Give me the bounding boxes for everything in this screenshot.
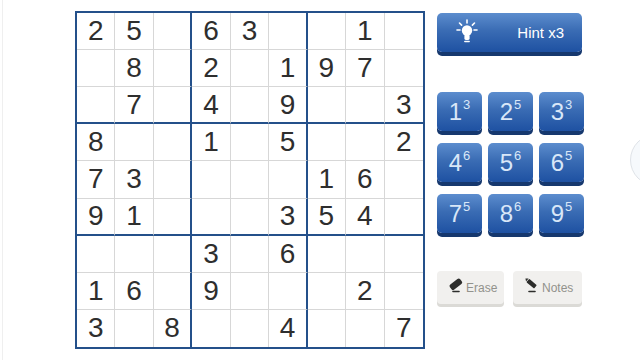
keypad-remaining-count: 5 (565, 149, 572, 162)
sudoku-cell-r7c4[interactable]: 3 (192, 236, 230, 273)
sudoku-cell-r9c4[interactable] (192, 310, 230, 347)
sudoku-app: 2563182197749381527316913543616923847 Hi… (0, 0, 640, 360)
sudoku-cell-r3c2[interactable]: 7 (115, 87, 153, 124)
side-panel-circle[interactable] (630, 134, 640, 186)
sudoku-cell-r4c3[interactable] (154, 124, 192, 161)
sudoku-cell-r4c1[interactable]: 8 (77, 124, 115, 161)
sudoku-cell-r8c8[interactable]: 2 (346, 273, 384, 310)
keypad-remaining-count: 3 (463, 98, 470, 111)
keypad-digit: 7 (449, 202, 462, 226)
notes-label: Notes (542, 281, 573, 295)
sudoku-cell-r9c5[interactable] (231, 310, 269, 347)
keypad-digit: 8 (500, 202, 513, 226)
sudoku-cell-r9c7[interactable] (308, 310, 346, 347)
keypad-remaining-count: 3 (565, 98, 572, 111)
keypad-digit: 1 (449, 100, 462, 124)
notes-button[interactable]: Notes (513, 271, 582, 304)
sudoku-cell-r5c7[interactable]: 1 (308, 161, 346, 198)
sudoku-cell-r9c6[interactable]: 4 (269, 310, 307, 347)
sudoku-cell-r6c5[interactable] (231, 199, 269, 236)
hint-button[interactable]: Hint x3 (437, 13, 582, 52)
sudoku-cell-r5c8[interactable]: 6 (346, 161, 384, 198)
sudoku-cell-r8c9[interactable] (385, 273, 423, 310)
sudoku-cell-r3c9[interactable]: 3 (385, 87, 423, 124)
sudoku-cell-r7c6[interactable]: 6 (269, 236, 307, 273)
sudoku-cell-r5c9[interactable] (385, 161, 423, 198)
sudoku-cell-r6c8[interactable]: 4 (346, 199, 384, 236)
erase-button[interactable]: Erase (437, 271, 504, 304)
sudoku-cell-r7c8[interactable] (346, 236, 384, 273)
keypad-digit: 2 (500, 100, 513, 124)
sudoku-cell-r3c8[interactable] (346, 87, 384, 124)
sudoku-cell-r3c6[interactable]: 9 (269, 87, 307, 124)
sudoku-cell-r6c7[interactable]: 5 (308, 199, 346, 236)
keypad-button-9[interactable]: 95 (539, 194, 584, 233)
sudoku-cell-r4c5[interactable] (231, 124, 269, 161)
sudoku-cell-r2c2[interactable]: 8 (115, 50, 153, 87)
sudoku-cell-r4c4[interactable]: 1 (192, 124, 230, 161)
keypad-button-6[interactable]: 65 (539, 143, 584, 182)
keypad-digit: 9 (551, 202, 564, 226)
keypad-digit: 6 (551, 151, 564, 175)
sudoku-cell-r5c1[interactable]: 7 (77, 161, 115, 198)
sudoku-cell-r5c3[interactable] (154, 161, 192, 198)
sudoku-cell-r2c8[interactable]: 7 (346, 50, 384, 87)
sudoku-cell-r1c2[interactable]: 5 (115, 13, 153, 50)
sudoku-cell-r7c1[interactable] (77, 236, 115, 273)
sudoku-cell-r6c1[interactable]: 9 (77, 199, 115, 236)
sudoku-cell-r8c1[interactable]: 1 (77, 273, 115, 310)
sudoku-cell-r5c5[interactable] (231, 161, 269, 198)
sudoku-cell-r6c2[interactable]: 1 (115, 199, 153, 236)
sudoku-cell-r2c4[interactable]: 2 (192, 50, 230, 87)
sudoku-cell-r8c4[interactable]: 9 (192, 273, 230, 310)
sudoku-cell-r3c3[interactable] (154, 87, 192, 124)
sudoku-cell-r7c9[interactable] (385, 236, 423, 273)
keypad-button-8[interactable]: 86 (488, 194, 533, 233)
keypad-digit: 4 (449, 151, 462, 175)
sudoku-cell-r2c1[interactable] (77, 50, 115, 87)
sudoku-cell-r2c5[interactable] (231, 50, 269, 87)
sudoku-cell-r1c3[interactable] (154, 13, 192, 50)
keypad-digit: 5 (500, 151, 513, 175)
keypad-button-3[interactable]: 33 (539, 92, 584, 131)
number-keypad: 132533465665758695 (437, 92, 584, 233)
sudoku-cell-r2c7[interactable]: 9 (308, 50, 346, 87)
sudoku-cell-r5c2[interactable]: 3 (115, 161, 153, 198)
sudoku-cell-r9c3[interactable]: 8 (154, 310, 192, 347)
keypad-remaining-count: 5 (463, 200, 470, 213)
sudoku-cell-r1c4[interactable]: 6 (192, 13, 230, 50)
sudoku-cell-r3c7[interactable] (308, 87, 346, 124)
sudoku-cell-r8c7[interactable] (308, 273, 346, 310)
sudoku-cell-r3c1[interactable] (77, 87, 115, 124)
sudoku-cell-r2c9[interactable] (385, 50, 423, 87)
sudoku-cell-r8c6[interactable] (269, 273, 307, 310)
keypad-remaining-count: 5 (514, 98, 521, 111)
keypad-button-1[interactable]: 13 (437, 92, 482, 131)
sudoku-cell-r3c5[interactable] (231, 87, 269, 124)
eraser-icon (446, 277, 466, 299)
sudoku-cell-r7c5[interactable] (231, 236, 269, 273)
lightbulb-icon (453, 18, 481, 50)
sudoku-cell-r1c8[interactable]: 1 (346, 13, 384, 50)
sudoku-cell-r4c6[interactable]: 5 (269, 124, 307, 161)
keypad-remaining-count: 5 (565, 200, 572, 213)
left-edge-line (2, 0, 3, 360)
sudoku-cell-r2c6[interactable]: 1 (269, 50, 307, 87)
keypad-remaining-count: 6 (514, 200, 521, 213)
sudoku-cell-r8c2[interactable]: 6 (115, 273, 153, 310)
keypad-button-7[interactable]: 75 (437, 194, 482, 233)
keypad-remaining-count: 6 (463, 149, 470, 162)
erase-label: Erase (466, 281, 497, 295)
sudoku-cell-r5c6[interactable] (269, 161, 307, 198)
keypad-digit: 3 (551, 100, 564, 124)
sudoku-cell-r9c8[interactable] (346, 310, 384, 347)
sudoku-cell-r1c5[interactable]: 3 (231, 13, 269, 50)
sudoku-cell-r9c2[interactable] (115, 310, 153, 347)
keypad-button-2[interactable]: 25 (488, 92, 533, 131)
sudoku-cell-r9c1[interactable]: 3 (77, 310, 115, 347)
pencil-icon (522, 277, 542, 299)
sudoku-cell-r4c7[interactable] (308, 124, 346, 161)
keypad-button-5[interactable]: 56 (488, 143, 533, 182)
sudoku-cell-r7c7[interactable] (308, 236, 346, 273)
sudoku-cell-r4c9[interactable]: 2 (385, 124, 423, 161)
sudoku-cell-r2c3[interactable] (154, 50, 192, 87)
sudoku-cell-r4c2[interactable] (115, 124, 153, 161)
sudoku-cell-r8c5[interactable] (231, 273, 269, 310)
sudoku-cell-r3c4[interactable]: 4 (192, 87, 230, 124)
sudoku-board: 2563182197749381527316913543616923847 (75, 11, 425, 349)
sudoku-cell-r1c9[interactable] (385, 13, 423, 50)
sudoku-cell-r6c4[interactable] (192, 199, 230, 236)
sudoku-cell-r6c3[interactable] (154, 199, 192, 236)
sudoku-cell-r4c8[interactable] (346, 124, 384, 161)
sudoku-cell-r8c3[interactable] (154, 273, 192, 310)
sudoku-cell-r6c6[interactable]: 3 (269, 199, 307, 236)
sudoku-cell-r5c4[interactable] (192, 161, 230, 198)
sudoku-cell-r1c7[interactable] (308, 13, 346, 50)
sudoku-cell-r1c6[interactable] (269, 13, 307, 50)
hint-label: Hint x3 (517, 13, 564, 52)
keypad-remaining-count: 6 (514, 149, 521, 162)
sudoku-cell-r6c9[interactable] (385, 199, 423, 236)
sudoku-cell-r7c3[interactable] (154, 236, 192, 273)
keypad-button-4[interactable]: 46 (437, 143, 482, 182)
sudoku-cell-r1c1[interactable]: 2 (77, 13, 115, 50)
sudoku-cell-r7c2[interactable] (115, 236, 153, 273)
sudoku-cell-r9c9[interactable]: 7 (385, 310, 423, 347)
